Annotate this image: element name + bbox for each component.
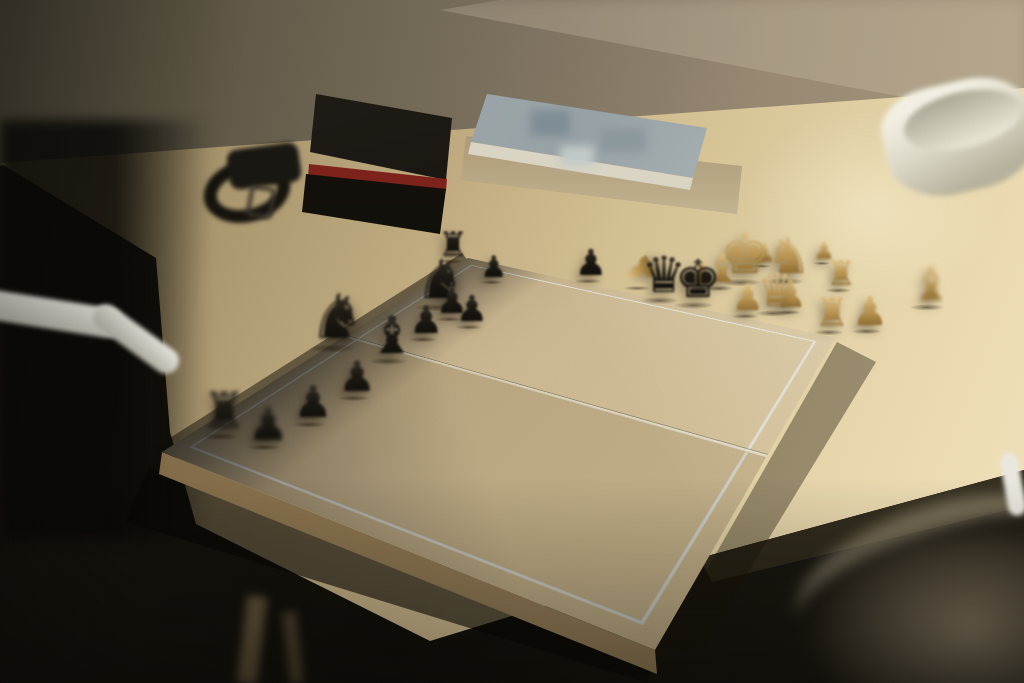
photo-chess-setup-scene: ♜♟♟♟♞♝♟♞♟♟♟♜♟♛♚♟♟♝♚♟♞♟♛♟♟♜♜♟♝ — [0, 0, 1024, 683]
black-knight-c7: ♞ — [309, 286, 365, 348]
white-bishop-2: ♝ — [910, 261, 951, 307]
black-pawn-c8: ♟ — [293, 380, 332, 424]
white-rook-1: ♜ — [826, 256, 856, 290]
book-cover-pattern — [560, 146, 594, 166]
book-cover-pattern — [600, 128, 646, 152]
black-pawn-b8: ♟ — [247, 401, 288, 447]
black-king-table: ♚ — [675, 253, 722, 305]
black-rook-a8: ♜ — [202, 386, 247, 436]
white-rook-2: ♜ — [814, 292, 850, 332]
white-pawn-6: ♟ — [852, 291, 888, 331]
black-pawn-table: ♟ — [575, 245, 607, 281]
black-pawn-d8: ♟ — [338, 356, 376, 398]
book-cover-pattern — [530, 110, 570, 136]
black-pawn-h7: ♟ — [481, 252, 508, 282]
white-pawn-4: ♟ — [732, 280, 764, 316]
black-pawn-h8: ♟ — [456, 291, 488, 327]
wristwatch-buckle — [245, 184, 276, 220]
